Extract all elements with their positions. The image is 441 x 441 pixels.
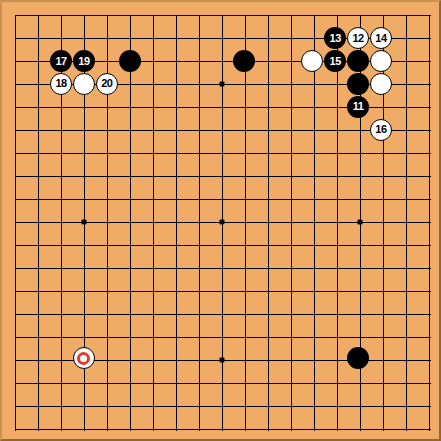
- move-number-label: 15: [330, 56, 341, 67]
- move-number-label: 19: [78, 56, 89, 67]
- stone-white-r14: 16: [370, 119, 392, 141]
- stone-black-p18: 13: [324, 27, 346, 49]
- circle-marker: [77, 352, 90, 365]
- stone-white-r16: [370, 73, 392, 95]
- stone-white-q18: 12: [347, 27, 369, 49]
- move-number-label: 20: [101, 78, 112, 89]
- go-board-frame: 17191312141518201116: [0, 0, 441, 441]
- stone-white-r17: [370, 50, 392, 72]
- stone-white-r18: 14: [370, 27, 392, 49]
- go-board: 17191312141518201116: [4, 4, 438, 438]
- stone-black-q16: [347, 73, 369, 95]
- stone-white-d16: [73, 73, 95, 95]
- move-number-label: 12: [352, 33, 363, 44]
- stone-white-e16: 20: [96, 73, 118, 95]
- stone-black-q17: [347, 50, 369, 72]
- stone-white-d4: [73, 347, 95, 369]
- stone-black-f17: [119, 50, 141, 72]
- move-number-label: 16: [375, 124, 386, 135]
- stone-black-q15: 11: [347, 96, 369, 118]
- move-number-label: 14: [375, 33, 386, 44]
- stone-black-l17: [233, 50, 255, 72]
- stone-black-d17: 19: [73, 50, 95, 72]
- move-number-label: 18: [55, 78, 66, 89]
- move-number-label: 17: [55, 56, 66, 67]
- stone-white-c16: 18: [50, 73, 72, 95]
- move-number-label: 13: [330, 33, 341, 44]
- stone-white-o17: [301, 50, 323, 72]
- stone-black-p17: 15: [324, 50, 346, 72]
- stone-black-c17: 17: [50, 50, 72, 72]
- move-number-label: 11: [353, 101, 364, 112]
- stone-black-q4: [347, 347, 369, 369]
